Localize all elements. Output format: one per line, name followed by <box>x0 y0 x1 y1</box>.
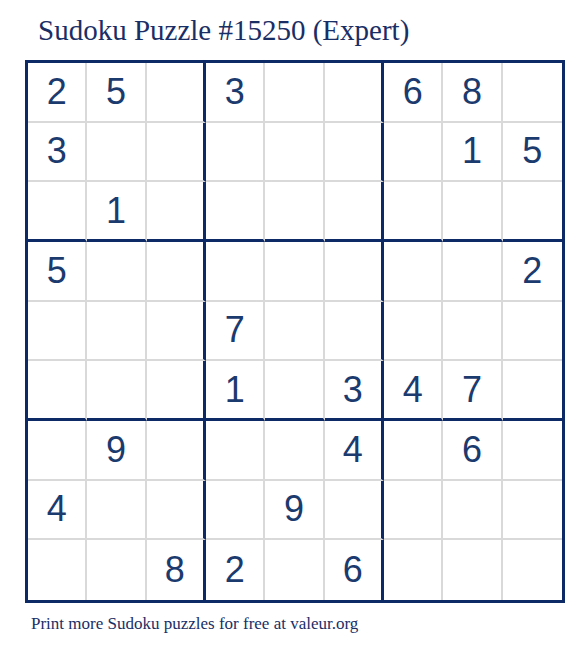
sudoku-cell[interactable] <box>147 361 206 421</box>
footer-text: Print more Sudoku puzzles for free at va… <box>31 614 358 634</box>
sudoku-cell[interactable] <box>87 123 146 183</box>
sudoku-cell[interactable] <box>147 481 206 541</box>
sudoku-cell[interactable] <box>265 302 324 362</box>
sudoku-cell[interactable] <box>147 123 206 183</box>
sudoku-cell-given: 2 <box>28 63 87 123</box>
sudoku-cell[interactable] <box>503 182 562 242</box>
sudoku-cell[interactable] <box>384 302 443 362</box>
sudoku-cell[interactable] <box>265 540 324 600</box>
sudoku-cell[interactable] <box>147 242 206 302</box>
sudoku-cell[interactable] <box>87 481 146 541</box>
sudoku-cell[interactable] <box>265 182 324 242</box>
sudoku-cell[interactable] <box>206 123 265 183</box>
sudoku-cell-given: 1 <box>87 182 146 242</box>
sudoku-cell-given: 2 <box>206 540 265 600</box>
sudoku-cell[interactable] <box>28 361 87 421</box>
sudoku-cell-given: 3 <box>28 123 87 183</box>
sudoku-cell[interactable] <box>206 421 265 481</box>
sudoku-cell-given: 1 <box>443 123 502 183</box>
sudoku-cell[interactable] <box>28 302 87 362</box>
sudoku-cell-given: 3 <box>206 63 265 123</box>
sudoku-cell[interactable] <box>384 540 443 600</box>
sudoku-cell[interactable] <box>503 540 562 600</box>
sudoku-cell[interactable] <box>206 481 265 541</box>
sudoku-cell[interactable] <box>325 242 384 302</box>
sudoku-cell-given: 4 <box>384 361 443 421</box>
sudoku-cell[interactable] <box>443 302 502 362</box>
sudoku-cell[interactable] <box>28 182 87 242</box>
sudoku-cell-given: 9 <box>265 481 324 541</box>
sudoku-cell[interactable] <box>503 302 562 362</box>
sudoku-cell[interactable] <box>325 302 384 362</box>
sudoku-cell[interactable] <box>503 481 562 541</box>
sudoku-cell[interactable] <box>147 302 206 362</box>
sudoku-cell[interactable] <box>443 540 502 600</box>
sudoku-cell[interactable] <box>325 63 384 123</box>
sudoku-cell[interactable] <box>87 361 146 421</box>
sudoku-cell[interactable] <box>265 361 324 421</box>
sudoku-cell[interactable] <box>384 123 443 183</box>
sudoku-cell[interactable] <box>443 242 502 302</box>
sudoku-cell[interactable] <box>28 540 87 600</box>
sudoku-cell[interactable] <box>265 242 324 302</box>
page-title: Sudoku Puzzle #15250 (Expert) <box>38 14 409 47</box>
sudoku-cell[interactable] <box>87 540 146 600</box>
sudoku-cell-given: 2 <box>503 242 562 302</box>
sudoku-cell-given: 7 <box>443 361 502 421</box>
sudoku-cell[interactable] <box>28 421 87 481</box>
sudoku-cell[interactable] <box>503 361 562 421</box>
sudoku-cell[interactable] <box>206 182 265 242</box>
sudoku-cell[interactable] <box>325 182 384 242</box>
sudoku-grid: 253683151527134794649826 <box>25 60 565 603</box>
sudoku-cell[interactable] <box>147 421 206 481</box>
sudoku-cell-given: 1 <box>206 361 265 421</box>
sudoku-cell-given: 5 <box>87 63 146 123</box>
sudoku-cell[interactable] <box>443 481 502 541</box>
sudoku-cell-given: 8 <box>443 63 502 123</box>
sudoku-cell[interactable] <box>206 242 265 302</box>
sudoku-cell-given: 6 <box>443 421 502 481</box>
sudoku-cell[interactable] <box>265 123 324 183</box>
sudoku-cell[interactable] <box>503 421 562 481</box>
sudoku-cell[interactable] <box>265 63 324 123</box>
sudoku-cell[interactable] <box>384 242 443 302</box>
sudoku-cell[interactable] <box>87 302 146 362</box>
sudoku-cell-given: 5 <box>503 123 562 183</box>
sudoku-cell-given: 6 <box>384 63 443 123</box>
sudoku-cell-given: 3 <box>325 361 384 421</box>
sudoku-cell[interactable] <box>384 481 443 541</box>
sudoku-cell[interactable] <box>384 182 443 242</box>
sudoku-cell[interactable] <box>443 182 502 242</box>
sudoku-cell[interactable] <box>325 123 384 183</box>
sudoku-cell[interactable] <box>265 421 324 481</box>
sudoku-cell-given: 6 <box>325 540 384 600</box>
sudoku-cell-given: 5 <box>28 242 87 302</box>
sudoku-cell-given: 9 <box>87 421 146 481</box>
sudoku-cell-given: 4 <box>28 481 87 541</box>
sudoku-cell[interactable] <box>147 63 206 123</box>
sudoku-cell-given: 7 <box>206 302 265 362</box>
sudoku-cell[interactable] <box>87 242 146 302</box>
sudoku-cell[interactable] <box>503 63 562 123</box>
sudoku-cell[interactable] <box>384 421 443 481</box>
sudoku-cell[interactable] <box>147 182 206 242</box>
sudoku-cell-given: 4 <box>325 421 384 481</box>
sudoku-cell[interactable] <box>325 481 384 541</box>
sudoku-cell-given: 8 <box>147 540 206 600</box>
